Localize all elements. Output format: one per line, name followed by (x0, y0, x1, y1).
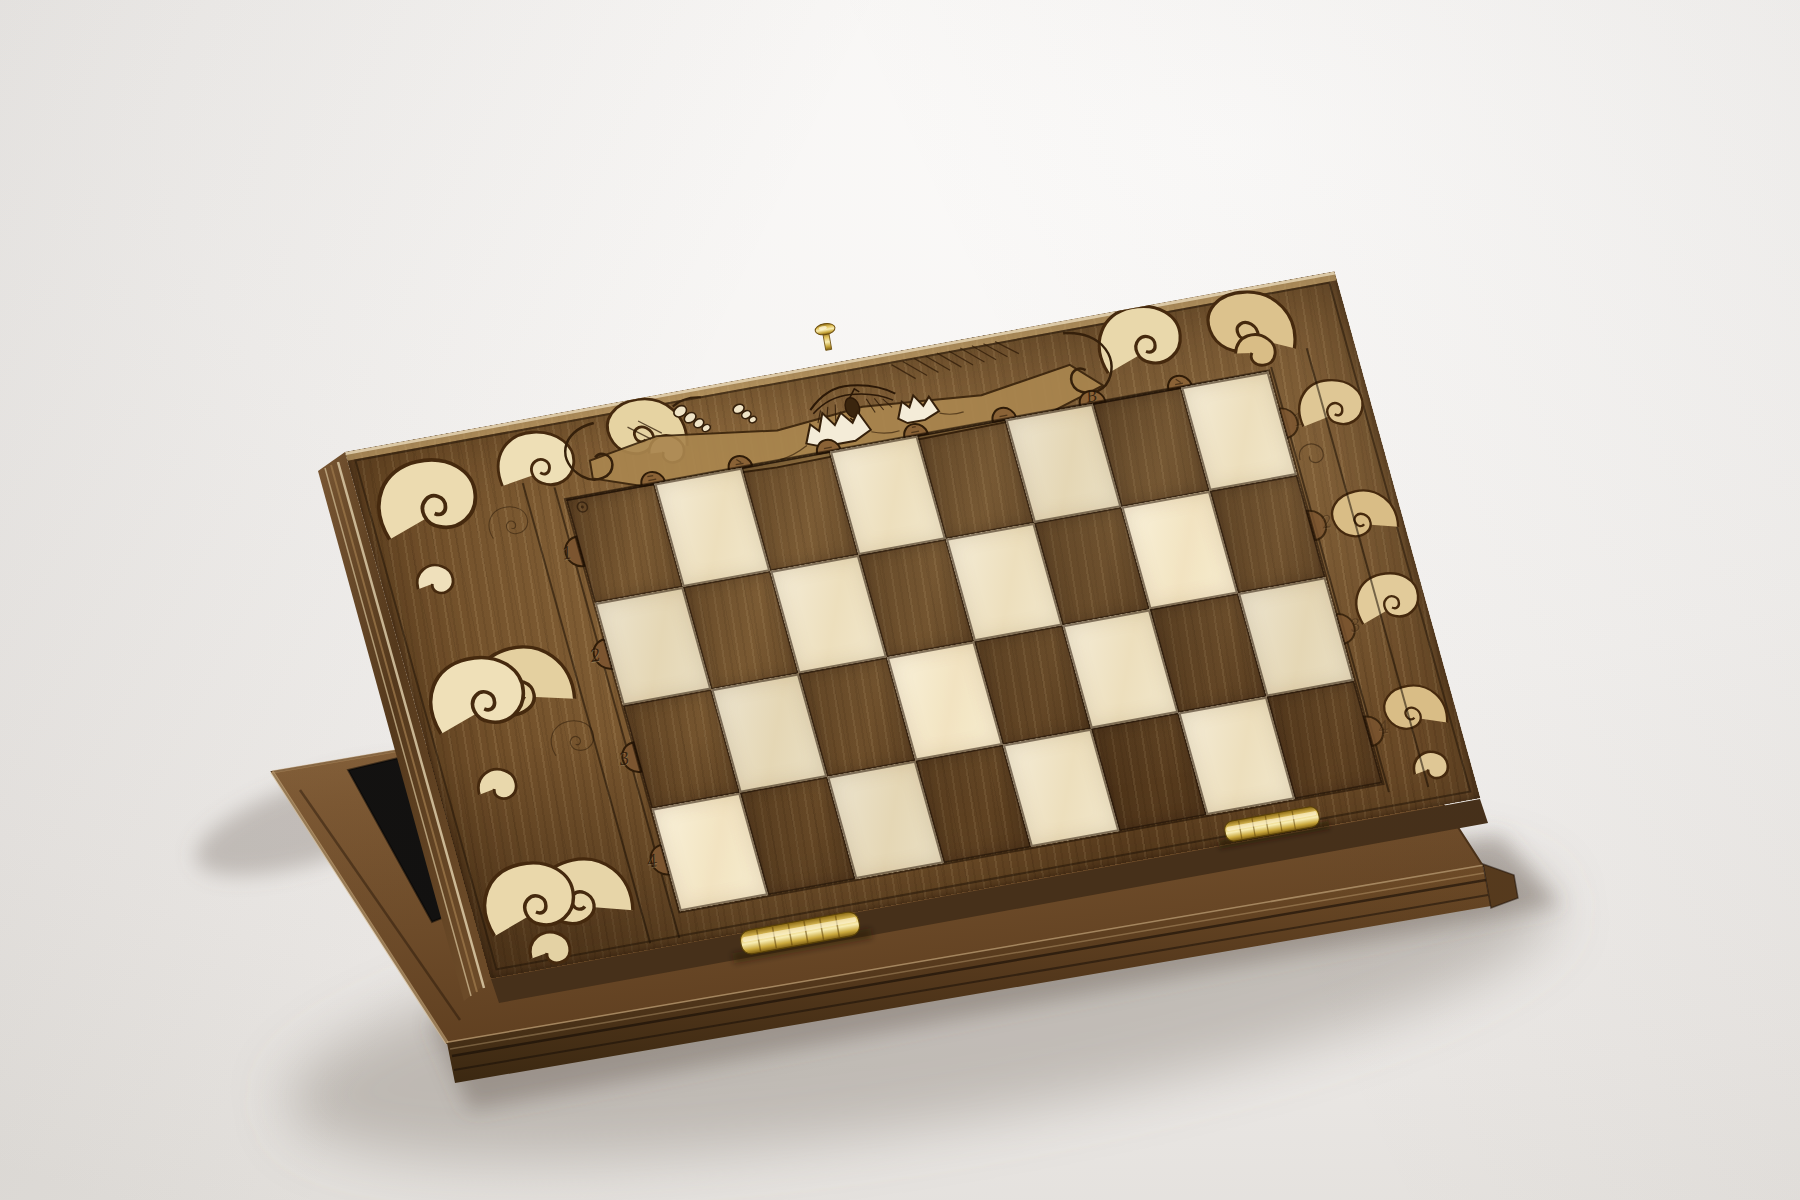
photo-backdrop: B 12341234 (0, 0, 1800, 1200)
